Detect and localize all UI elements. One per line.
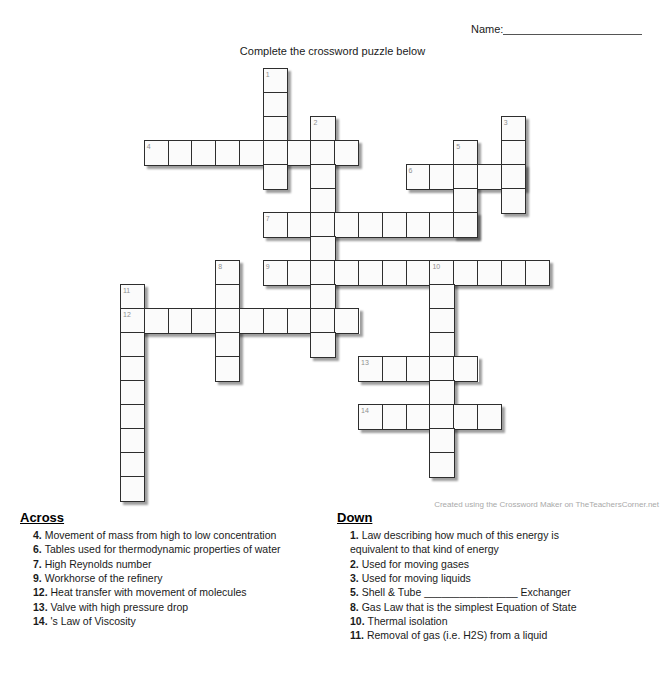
grid-cell[interactable] (310, 164, 335, 190)
grid-cell[interactable] (334, 308, 359, 334)
clue-item: 2. Used for moving gases (337, 557, 657, 571)
grid-cell[interactable] (501, 140, 526, 166)
grid-cell[interactable] (120, 404, 145, 430)
grid-cell[interactable] (501, 164, 526, 190)
grid-cell[interactable] (453, 356, 478, 382)
grid-cell[interactable] (287, 260, 312, 286)
grid-cell[interactable] (358, 212, 383, 238)
clue-item-wrap: equivalent to that kind of energy (337, 542, 657, 556)
grid-cell[interactable] (239, 140, 264, 166)
grid-cell[interactable] (501, 260, 526, 286)
cell-number: 12 (123, 311, 131, 318)
grid-cell[interactable] (429, 356, 454, 382)
across-clue-list: 4. Movement of mass from high to low con… (20, 528, 325, 628)
clue-number: 2. (350, 558, 362, 570)
grid-cell[interactable] (120, 332, 145, 358)
grid-cell[interactable] (525, 260, 550, 286)
grid-cell[interactable] (263, 116, 288, 142)
grid-cell[interactable] (429, 404, 454, 430)
grid-cell[interactable] (263, 164, 288, 190)
grid-cell[interactable] (144, 308, 169, 334)
clue-number: 3. (350, 572, 362, 584)
grid-cell[interactable] (358, 260, 383, 286)
clue-number: 1. (350, 529, 362, 541)
clue-number: 8. (350, 601, 362, 613)
grid-cell[interactable] (429, 164, 454, 190)
grid-cell[interactable] (215, 356, 240, 382)
grid-cell[interactable] (453, 404, 478, 430)
grid-cell[interactable] (310, 212, 335, 238)
clue-number: 14. (33, 615, 51, 627)
grid-cell[interactable] (429, 284, 454, 310)
grid-cell[interactable] (477, 404, 502, 430)
grid-cell[interactable] (429, 428, 454, 454)
grid-cell[interactable] (429, 212, 454, 238)
grid-cell[interactable] (406, 212, 431, 238)
grid-cell[interactable] (334, 212, 359, 238)
cell-number: 3 (504, 119, 508, 126)
clue-number: 10. (350, 615, 368, 627)
attribution-text: Created using the Crossword Maker on The… (434, 500, 659, 509)
cell-number: 13 (361, 359, 369, 366)
grid-cell[interactable] (168, 308, 193, 334)
grid-cell[interactable] (453, 260, 478, 286)
grid-cell[interactable] (191, 140, 216, 166)
clue-item: 13. Valve with high pressure drop (20, 600, 325, 614)
grid-cell[interactable] (382, 212, 407, 238)
clue-item: 11. Removal of gas (i.e. H2S) from a liq… (337, 628, 657, 642)
clue-item: 4. Movement of mass from high to low con… (20, 528, 325, 542)
worksheet-page: Name: Complete the crossword puzzle belo… (0, 0, 665, 700)
grid-cell[interactable] (310, 284, 335, 310)
grid-cell[interactable] (334, 260, 359, 286)
grid-cell[interactable] (215, 140, 240, 166)
down-header: Down (337, 510, 372, 525)
grid-cell[interactable] (239, 308, 264, 334)
grid-cell[interactable] (310, 332, 335, 358)
clue-item: 10. Thermal isolation (337, 614, 657, 628)
grid-cell[interactable] (120, 428, 145, 454)
grid-cell[interactable] (310, 188, 335, 214)
grid-cell[interactable] (382, 356, 407, 382)
cell-number: 10 (432, 263, 440, 270)
clue-number: 7. (33, 558, 45, 570)
clue-number: 5. (350, 586, 362, 598)
grid-cell[interactable] (263, 308, 288, 334)
cell-number: 7 (266, 215, 270, 222)
clue-item: 1. Law describing how much of this energ… (337, 528, 657, 542)
down-clue-list: 1. Law describing how much of this energ… (337, 528, 657, 643)
clue-number: 9. (33, 572, 45, 584)
clue-item: 3. Used for moving liquids (337, 571, 657, 585)
grid-cell[interactable] (120, 380, 145, 406)
grid-cell[interactable] (168, 140, 193, 166)
grid-cell[interactable] (406, 260, 431, 286)
clue-item: 8. Gas Law that is the simplest Equation… (337, 600, 657, 614)
clue-item: 7. High Reynolds number (20, 557, 325, 571)
clue-number: 4. (33, 529, 45, 541)
cell-number: 14 (361, 407, 369, 414)
grid-cell[interactable] (310, 140, 335, 166)
grid-cell[interactable] (263, 140, 288, 166)
across-header: Across (20, 510, 64, 525)
grid-cell[interactable] (334, 140, 359, 166)
grid-cell[interactable] (287, 308, 312, 334)
grid-cell[interactable] (287, 212, 312, 238)
clue-number: 6. (33, 543, 45, 555)
clue-item: 9. Workhorse of the refinery (20, 571, 325, 585)
grid-cell[interactable] (120, 356, 145, 382)
grid-cell[interactable] (120, 476, 145, 502)
cell-number: 11 (123, 287, 130, 294)
grid-cell[interactable] (406, 356, 431, 382)
clue-item: 14. 's Law of Viscosity (20, 614, 325, 628)
grid-cell[interactable] (215, 284, 240, 310)
grid-cell[interactable] (382, 260, 407, 286)
grid-cell[interactable] (453, 164, 478, 190)
cell-number: 2 (313, 119, 317, 126)
grid-cell[interactable] (429, 380, 454, 406)
grid-cell[interactable] (215, 332, 240, 358)
grid-cell[interactable] (191, 308, 216, 334)
clue-item: 12. Heat transfer with movement of molec… (20, 585, 325, 599)
grid-cell[interactable] (477, 260, 502, 286)
grid-cell[interactable] (501, 188, 526, 214)
grid-cell[interactable] (453, 188, 478, 214)
grid-cell[interactable] (382, 404, 407, 430)
cell-number: 6 (409, 167, 413, 174)
grid-cell[interactable] (310, 236, 335, 262)
grid-cell[interactable] (120, 452, 145, 478)
cell-number: 5 (456, 143, 460, 150)
grid-cell[interactable] (406, 404, 431, 430)
clue-number: 12. (33, 586, 51, 598)
cell-number: 1 (266, 71, 270, 78)
grid-cell[interactable] (429, 452, 454, 478)
cell-number: 8 (218, 263, 222, 270)
grid-cell[interactable] (215, 308, 240, 334)
grid-cell[interactable] (429, 332, 454, 358)
grid-cell[interactable] (263, 92, 288, 118)
clue-item: 6. Tables used for thermodynamic propert… (20, 542, 325, 556)
cell-number: 9 (266, 263, 270, 270)
grid-cell[interactable] (429, 308, 454, 334)
clue-item: 5. Shell & Tube ________________ Exchang… (337, 585, 657, 599)
grid-cell[interactable] (287, 140, 312, 166)
grid-cell[interactable] (477, 164, 502, 190)
grid-cell[interactable] (310, 308, 335, 334)
grid-cell[interactable] (453, 212, 478, 238)
clue-number: 11. (350, 629, 367, 641)
cell-number: 4 (147, 143, 151, 150)
grid-cell[interactable] (310, 260, 335, 286)
clue-number: 13. (33, 601, 51, 613)
